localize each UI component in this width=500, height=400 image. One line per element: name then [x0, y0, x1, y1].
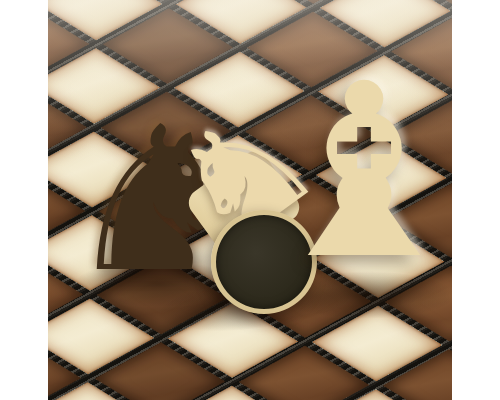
white-margin-right: [452, 0, 500, 400]
white-margin-left: [0, 0, 48, 400]
photo-canvas: ♞ ♞ ♝: [0, 0, 500, 400]
chess-photo: ♞ ♞ ♝: [48, 0, 452, 400]
white-bishop-icon: ♝: [244, 52, 452, 292]
white-bishop-piece[interactable]: ♝: [244, 52, 452, 292]
